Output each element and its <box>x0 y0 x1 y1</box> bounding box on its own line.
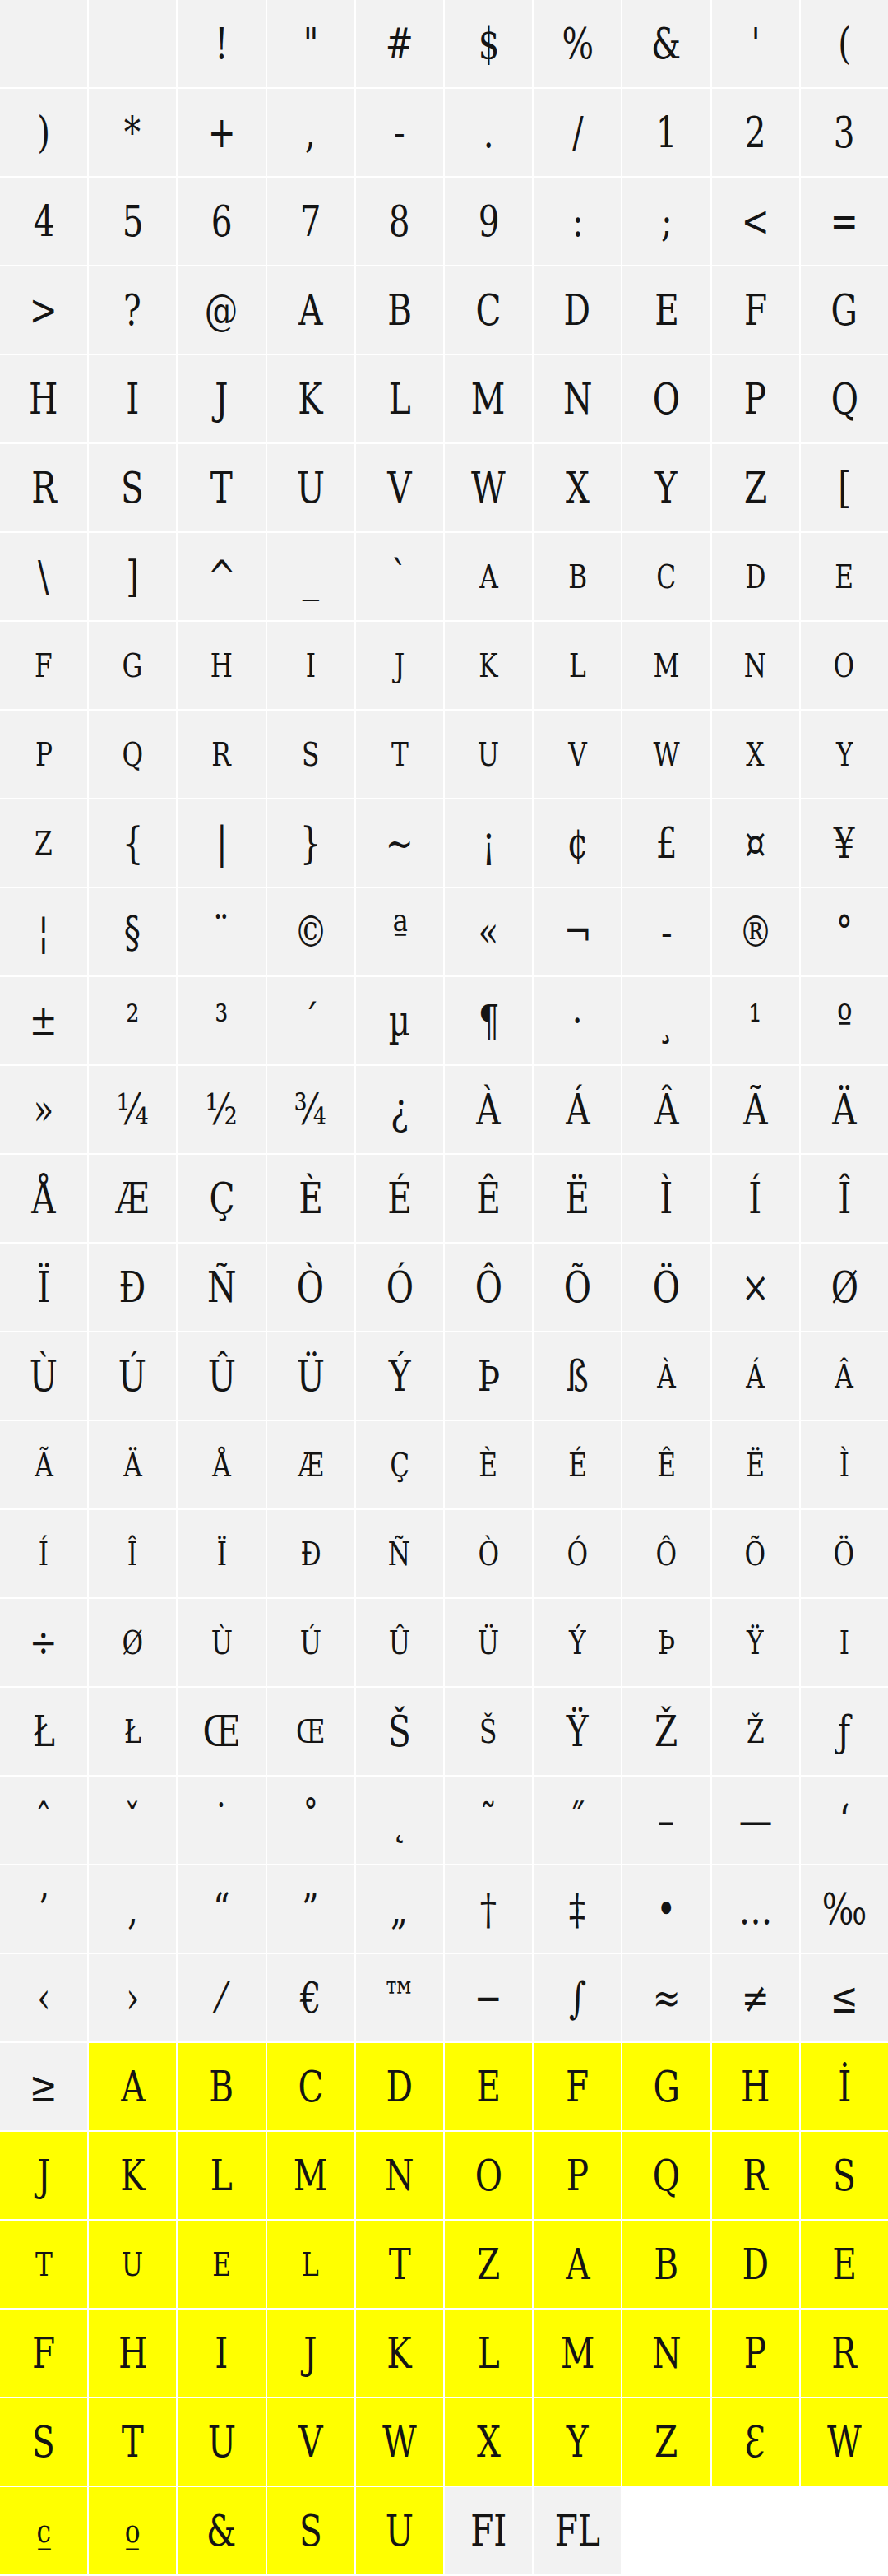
glyph-cell[interactable]: Q <box>801 355 888 442</box>
glyph-cell[interactable]: Ü <box>445 1599 532 1686</box>
glyph-cell[interactable]: Œ <box>267 1688 354 1775</box>
glyph: L <box>210 2154 233 2197</box>
glyph-cell[interactable]: E <box>622 266 710 354</box>
glyph-cell[interactable]: “ <box>178 1865 265 1953</box>
glyph-cell[interactable]: J <box>178 355 265 442</box>
glyph-cell[interactable]: Ê <box>622 1421 710 1508</box>
glyph-cell[interactable]: - <box>356 89 443 176</box>
glyph-cell[interactable]: Ö <box>801 1510 888 1597</box>
glyph-cell[interactable]: S <box>0 2398 87 2486</box>
glyph-cell[interactable] <box>89 0 176 87</box>
glyph-cell[interactable]: Z <box>445 2221 532 2308</box>
glyph-cell[interactable]: G <box>801 266 888 354</box>
glyph-cell[interactable]: # <box>356 0 443 87</box>
glyph-cell[interactable]: ∫ <box>534 1954 621 2041</box>
glyph-cell[interactable]: 1 <box>622 89 710 176</box>
glyph-cell[interactable]: Ü <box>267 1332 354 1420</box>
glyph-cell[interactable]: ² <box>89 977 176 1064</box>
glyph-cell[interactable]: Ù <box>178 1599 265 1686</box>
glyph-cell[interactable]: İ <box>801 2043 888 2130</box>
glyph-cell[interactable]: Ë <box>712 1421 799 1508</box>
glyph-cell[interactable]: Ý <box>534 1599 621 1686</box>
glyph-cell[interactable]: S <box>89 444 176 531</box>
glyph-cell[interactable]: Ê <box>445 1155 532 1242</box>
glyph-cell[interactable]: T <box>0 2221 87 2308</box>
glyph-cell[interactable]: Ɛ <box>712 2398 799 2486</box>
glyph-cell[interactable]: L <box>267 2221 354 2308</box>
glyph-cell[interactable]: ¦ <box>0 888 87 975</box>
glyph-cell[interactable]: C <box>445 266 532 354</box>
glyph-cell[interactable]: { <box>89 799 176 887</box>
glyph-cell[interactable]: R <box>0 444 87 531</box>
glyph-cell[interactable]: I <box>89 355 176 442</box>
glyph-cell[interactable]: 8 <box>356 178 443 265</box>
glyph-cell[interactable]: V <box>267 2398 354 2486</box>
glyph-cell[interactable]: S <box>267 711 354 798</box>
glyph-cell[interactable]: ¾ <box>267 1066 354 1153</box>
glyph-cell[interactable]: ‹ <box>0 1954 87 2041</box>
glyph-cell[interactable]: + <box>178 89 265 176</box>
glyph-cell[interactable]: P <box>712 355 799 442</box>
glyph-cell[interactable]: Æ <box>89 1155 176 1242</box>
glyph-cell[interactable]: Ł <box>0 1688 87 1775</box>
glyph-cell[interactable]: ± <box>0 977 87 1064</box>
glyph-cell[interactable]: T <box>178 444 265 531</box>
glyph-cell[interactable]: È <box>445 1421 532 1508</box>
glyph-cell[interactable]: ; <box>622 178 710 265</box>
glyph-cell[interactable]: = <box>801 178 888 265</box>
glyph-cell[interactable]: J <box>267 2310 354 2397</box>
glyph-cell[interactable]: ) <box>0 89 87 176</box>
glyph-cell[interactable]: È <box>267 1155 354 1242</box>
glyph-cell[interactable]: Þ <box>445 1332 532 1420</box>
glyph-cell[interactable]: O <box>622 355 710 442</box>
glyph-cell[interactable]: © <box>267 888 354 975</box>
glyph-cell[interactable]: / <box>534 89 621 176</box>
glyph-cell[interactable]: W <box>445 444 532 531</box>
glyph-cell[interactable]: U <box>356 2487 443 2574</box>
glyph: V <box>387 466 411 509</box>
glyph-cell[interactable]: E <box>801 2221 888 2308</box>
glyph-cell[interactable]: Ë <box>534 1155 621 1242</box>
glyph-cell[interactable]: > <box>0 266 87 354</box>
glyph: % <box>562 22 594 65</box>
glyph-cell[interactable]: K <box>267 355 354 442</box>
glyph-cell[interactable]: 4 <box>0 178 87 265</box>
glyph-cell[interactable]: † <box>445 1865 532 1953</box>
glyph-cell[interactable]: Û <box>356 1599 443 1686</box>
glyph-cell[interactable]: & <box>622 0 710 87</box>
glyph-cell[interactable]: ™ <box>356 1954 443 2041</box>
glyph-cell[interactable]: P <box>0 711 87 798</box>
glyph-cell[interactable]: FI <box>445 2487 532 2574</box>
glyph-cell[interactable]: W <box>356 2398 443 2486</box>
glyph-cell[interactable]: F <box>0 2310 87 2397</box>
glyph-cell[interactable]: L <box>534 622 621 709</box>
glyph: U <box>207 2421 235 2463</box>
glyph-cell[interactable]: Ÿ <box>712 1599 799 1686</box>
glyph-cell[interactable]: Ø <box>89 1599 176 1686</box>
glyph-cell[interactable]: Î <box>89 1510 176 1597</box>
glyph-cell[interactable]: ¡ <box>445 799 532 887</box>
glyph-cell[interactable]: $ <box>445 0 532 87</box>
glyph-cell[interactable]: , <box>267 89 354 176</box>
glyph-cell[interactable]: Á <box>712 1332 799 1420</box>
glyph-cell[interactable]: H <box>712 2043 799 2130</box>
glyph-cell[interactable]: – <box>622 1777 710 1864</box>
glyph-cell[interactable]: | <box>178 799 265 887</box>
glyph-cell[interactable]: Ï <box>0 1244 87 1331</box>
glyph-cell[interactable]: Š <box>445 1688 532 1775</box>
glyph-cell[interactable]: B <box>356 266 443 354</box>
glyph-cell[interactable]: L <box>356 355 443 442</box>
glyph-cell[interactable]: Ä <box>801 1066 888 1153</box>
glyph-cell[interactable]: Z <box>0 799 87 887</box>
glyph-cell[interactable]: Ý <box>356 1332 443 1420</box>
glyph-cell[interactable]: H <box>0 355 87 442</box>
glyph-cell[interactable]: . <box>445 89 532 176</box>
glyph-cell[interactable]: • <box>622 1865 710 1953</box>
glyph-cell[interactable]: * <box>89 89 176 176</box>
glyph-cell[interactable]: N <box>534 355 621 442</box>
glyph: 8 <box>389 200 410 243</box>
glyph-cell[interactable]: T <box>356 711 443 798</box>
glyph-cell[interactable]: 6 <box>178 178 265 265</box>
glyph-cell[interactable]: Y <box>801 711 888 798</box>
glyph-cell[interactable]: Ò <box>445 1510 532 1597</box>
glyph-cell[interactable]: B <box>622 2221 710 2308</box>
glyph-cell[interactable]: ≥ <box>0 2043 87 2130</box>
glyph-cell[interactable]: ¨ <box>178 888 265 975</box>
glyph-cell[interactable]: ˙ <box>178 1777 265 1864</box>
glyph-cell[interactable]: F <box>0 622 87 709</box>
glyph-cell[interactable]: ~ <box>356 799 443 887</box>
glyph: - <box>394 111 405 154</box>
glyph-cell[interactable]: § <box>89 888 176 975</box>
glyph-cell[interactable]: M <box>534 2310 621 2397</box>
glyph-cell[interactable]: ” <box>267 1865 354 1953</box>
glyph-cell[interactable]: 7 <box>267 178 354 265</box>
glyph-cell[interactable]: S <box>801 2132 888 2219</box>
glyph-cell[interactable]: Ô <box>622 1510 710 1597</box>
glyph-cell[interactable]: E <box>445 2043 532 2130</box>
glyph-cell[interactable]: ˆ <box>0 1777 87 1864</box>
glyph-cell[interactable]: Z <box>712 444 799 531</box>
glyph-cell[interactable]: F <box>534 2043 621 2130</box>
glyph-cell[interactable]: @ <box>178 266 265 354</box>
glyph-cell[interactable]: ‰ <box>801 1865 888 1953</box>
glyph-cell[interactable]: ¤ <box>712 799 799 887</box>
glyph-cell[interactable]: A <box>89 2043 176 2130</box>
glyph-cell[interactable]: ‡ <box>534 1865 621 1953</box>
glyph-cell[interactable]: ≈ <box>622 1954 710 2041</box>
glyph-cell[interactable]: ≤ <box>801 1954 888 2041</box>
glyph-cell[interactable]: F <box>712 266 799 354</box>
glyph-cell[interactable]: ÷ <box>0 1599 87 1686</box>
glyph-cell[interactable]: ¼ <box>89 1066 176 1153</box>
glyph-cell[interactable]: Ú <box>267 1599 354 1686</box>
glyph-cell[interactable]: E <box>178 2221 265 2308</box>
glyph-cell[interactable]: L <box>445 2310 532 2397</box>
glyph-cell[interactable]: G <box>622 2043 710 2130</box>
glyph-cell[interactable]: Â <box>801 1332 888 1420</box>
glyph-cell[interactable]: Ž <box>622 1688 710 1775</box>
glyph-cell[interactable]: G <box>89 622 176 709</box>
glyph-cell[interactable]: ? <box>89 266 176 354</box>
glyph-cell[interactable]: Ð <box>89 1244 176 1331</box>
glyph-cell[interactable]: C <box>622 533 710 620</box>
glyph-cell[interactable]: J <box>0 2132 87 2219</box>
glyph-cell[interactable]: Â <box>622 1066 710 1153</box>
glyph-cell[interactable]: J <box>356 622 443 709</box>
glyph-cell[interactable]: M <box>267 2132 354 2219</box>
glyph-cell[interactable]: W <box>801 2398 888 2486</box>
glyph-cell[interactable]: — <box>712 1777 799 1864</box>
glyph-cell[interactable]: I <box>178 2310 265 2397</box>
glyph-cell[interactable]: Ł <box>89 1688 176 1775</box>
glyph-cell[interactable]: Ã <box>712 1066 799 1153</box>
glyph-cell[interactable]: À <box>445 1066 532 1153</box>
glyph-cell[interactable]: V <box>534 711 621 798</box>
glyph-cell[interactable]: Ì <box>801 1421 888 1508</box>
glyph-cell[interactable]: P <box>534 2132 621 2219</box>
glyph-cell[interactable]: _ <box>267 533 354 620</box>
glyph-cell[interactable]: ⁄ <box>178 1954 265 2041</box>
glyph-cell[interactable]: Ó <box>534 1510 621 1597</box>
glyph-cell[interactable]: V <box>356 444 443 531</box>
glyph-cell[interactable]: ˚ <box>267 1777 354 1864</box>
glyph-cell[interactable]: ¹ <box>712 977 799 1064</box>
glyph-cell[interactable]: 9 <box>445 178 532 265</box>
glyph-cell[interactable]: K <box>89 2132 176 2219</box>
glyph: Ë <box>565 1177 590 1220</box>
glyph-cell[interactable]: X <box>534 444 621 531</box>
glyph-cell[interactable]: € <box>267 1954 354 2041</box>
glyph-cell[interactable]: [ <box>801 444 888 531</box>
glyph-cell[interactable]: U <box>445 711 532 798</box>
glyph-cell[interactable]: M <box>622 622 710 709</box>
glyph-cell[interactable]: − <box>445 1954 532 2041</box>
glyph-cell[interactable]: ` <box>356 533 443 620</box>
glyph-cell[interactable]: 2 <box>712 89 799 176</box>
glyph: Ł <box>33 1710 55 1753</box>
glyph-cell[interactable]: µ <box>356 977 443 1064</box>
glyph-cell[interactable]: A <box>445 533 532 620</box>
glyph-cell[interactable]: › <box>89 1954 176 2041</box>
glyph-cell[interactable]: ´ <box>267 977 354 1064</box>
glyph-cell[interactable]: Š <box>356 1688 443 1775</box>
glyph-cell[interactable]: ˛ <box>356 1777 443 1864</box>
glyph-cell[interactable]: Œ <box>178 1688 265 1775</box>
glyph-cell[interactable]: O <box>801 622 888 709</box>
glyph-cell[interactable]: Í <box>712 1155 799 1242</box>
glyph-cell[interactable]: ³ <box>178 977 265 1064</box>
glyph-cell[interactable]: ¸ <box>622 977 710 1064</box>
glyph-cell[interactable]: X <box>445 2398 532 2486</box>
glyph-cell[interactable]: Þ <box>622 1599 710 1686</box>
glyph-cell[interactable]: … <box>712 1865 799 1953</box>
glyph-cell[interactable]: T <box>356 2221 443 2308</box>
glyph-cell[interactable] <box>0 0 87 87</box>
glyph-cell[interactable]: A <box>534 2221 621 2308</box>
glyph-cell[interactable]: X <box>712 711 799 798</box>
glyph-cell[interactable]: ^ <box>178 533 265 620</box>
glyph-cell[interactable]: ˜ <box>445 1777 532 1864</box>
glyph-cell[interactable]: Ÿ <box>534 1688 621 1775</box>
glyph-cell[interactable]: & <box>178 2487 265 2574</box>
glyph-cell[interactable]: Ò <box>267 1244 354 1331</box>
glyph-cell[interactable]: " <box>267 0 354 87</box>
glyph-cell[interactable]: ¬ <box>534 888 621 975</box>
glyph-cell[interactable]: Ú <box>89 1332 176 1420</box>
glyph-cell[interactable]: - <box>622 888 710 975</box>
glyph-cell[interactable]: R <box>178 711 265 798</box>
glyph-cell[interactable]: L <box>178 2132 265 2219</box>
glyph-cell[interactable]: E <box>801 533 888 620</box>
glyph-cell[interactable]: D <box>356 2043 443 2130</box>
glyph-cell[interactable]: T <box>89 2398 176 2486</box>
glyph-cell[interactable]: D <box>712 533 799 620</box>
glyph-cell[interactable]: C <box>267 2043 354 2130</box>
glyph-cell[interactable]: U <box>178 2398 265 2486</box>
glyph: Þ <box>658 1626 675 1659</box>
glyph-cell[interactable]: Q <box>89 711 176 798</box>
glyph-cell[interactable]: Ñ <box>178 1244 265 1331</box>
glyph-cell[interactable]: º <box>801 977 888 1064</box>
glyph-cell[interactable]: M <box>445 355 532 442</box>
glyph-cell[interactable]: Å <box>0 1155 87 1242</box>
glyph-cell[interactable]: K <box>445 622 532 709</box>
glyph-cell[interactable]: Y <box>534 2398 621 2486</box>
glyph-cell[interactable]: Ó <box>356 1244 443 1331</box>
glyph-cell[interactable]: N <box>712 622 799 709</box>
glyph-cell[interactable]: ˝ <box>534 1777 621 1864</box>
glyph-cell[interactable]: É <box>356 1155 443 1242</box>
glyph-cell[interactable]: < <box>712 178 799 265</box>
glyph-cell[interactable]: K <box>356 2310 443 2397</box>
glyph-cell[interactable]: o̲ <box>89 2487 176 2574</box>
glyph-cell[interactable]: Ð <box>267 1510 354 1597</box>
glyph-cell[interactable]: Ž <box>712 1688 799 1775</box>
glyph-cell[interactable]: I <box>801 1599 888 1686</box>
glyph-cell[interactable]: Î <box>801 1155 888 1242</box>
glyph-cell[interactable]: H <box>178 622 265 709</box>
glyph-cell[interactable]: A <box>267 266 354 354</box>
glyph-cell[interactable]: : <box>534 178 621 265</box>
glyph-cell[interactable]: Û <box>178 1332 265 1420</box>
glyph-cell[interactable]: Ô <box>445 1244 532 1331</box>
glyph-cell[interactable]: R <box>712 2132 799 2219</box>
glyph-cell[interactable]: N <box>622 2310 710 2397</box>
glyph-cell[interactable]: Õ <box>534 1244 621 1331</box>
glyph-cell[interactable]: ( <box>801 0 888 87</box>
glyph-cell[interactable]: À <box>622 1332 710 1420</box>
glyph-cell[interactable]: R <box>801 2310 888 2397</box>
glyph-cell[interactable]: Ä <box>89 1421 176 1508</box>
glyph-cell[interactable]: Æ <box>267 1421 354 1508</box>
glyph-cell[interactable]: } <box>267 799 354 887</box>
glyph-cell[interactable]: ˇ <box>89 1777 176 1864</box>
glyph-cell[interactable]: 5 <box>89 178 176 265</box>
glyph-cell[interactable]: ≠ <box>712 1954 799 2041</box>
glyph: O <box>834 649 855 682</box>
glyph-cell[interactable]: × <box>712 1244 799 1331</box>
glyph-cell[interactable]: P <box>712 2310 799 2397</box>
glyph-cell[interactable]: Q <box>622 2132 710 2219</box>
glyph-cell[interactable]: Ñ <box>356 1510 443 1597</box>
glyph-cell[interactable]: FL <box>534 2487 621 2574</box>
glyph-cell[interactable]: c̲ <box>0 2487 87 2574</box>
glyph-cell[interactable]: S <box>267 2487 354 2574</box>
glyph-cell[interactable]: ¿ <box>356 1066 443 1153</box>
glyph-cell[interactable]: Ã <box>0 1421 87 1508</box>
glyph-cell[interactable]: Ö <box>622 1244 710 1331</box>
glyph-cell[interactable]: 3 <box>801 89 888 176</box>
glyph: … <box>738 1888 772 1930</box>
glyph-cell[interactable]: ƒ <box>801 1688 888 1775</box>
glyph-cell[interactable]: Y <box>622 444 710 531</box>
glyph-cell[interactable]: ª <box>356 888 443 975</box>
glyph-cell[interactable]: Í <box>0 1510 87 1597</box>
glyph-cell[interactable]: Á <box>534 1066 621 1153</box>
glyph-cell[interactable]: ® <box>712 888 799 975</box>
glyph-cell[interactable]: ¢ <box>534 799 621 887</box>
glyph-cell[interactable]: B <box>534 533 621 620</box>
glyph-cell[interactable]: Ù <box>0 1332 87 1420</box>
glyph-cell[interactable]: Ç <box>178 1155 265 1242</box>
glyph-cell[interactable]: ' <box>712 0 799 87</box>
glyph-cell[interactable]: ’ <box>0 1865 87 1953</box>
glyph-cell[interactable]: » <box>0 1066 87 1153</box>
glyph-cell[interactable]: Ø <box>801 1244 888 1331</box>
glyph-cell[interactable]: ] <box>89 533 176 620</box>
glyph-cell[interactable]: ! <box>178 0 265 87</box>
glyph-cell[interactable]: B <box>178 2043 265 2130</box>
glyph-cell[interactable]: O <box>445 2132 532 2219</box>
glyph-cell[interactable]: Ì <box>622 1155 710 1242</box>
glyph-cell[interactable]: ¥ <box>801 799 888 887</box>
glyph-cell[interactable]: Å <box>178 1421 265 1508</box>
glyph-cell[interactable]: Õ <box>712 1510 799 1597</box>
glyph-cell[interactable]: £ <box>622 799 710 887</box>
glyph-cell[interactable]: \ <box>0 533 87 620</box>
glyph-cell[interactable]: „ <box>356 1865 443 1953</box>
glyph-cell[interactable]: D <box>534 266 621 354</box>
glyph-cell[interactable]: U <box>267 444 354 531</box>
glyph-cell[interactable]: Ç <box>356 1421 443 1508</box>
glyph: ¥ <box>834 822 855 864</box>
glyph-cell[interactable]: Ï <box>178 1510 265 1597</box>
glyph-cell[interactable]: I <box>267 622 354 709</box>
glyph: İ <box>838 2065 851 2108</box>
glyph-cell[interactable]: É <box>534 1421 621 1508</box>
glyph-cell[interactable]: U <box>89 2221 176 2308</box>
glyph-cell[interactable]: N <box>356 2132 443 2219</box>
glyph-cell[interactable]: ° <box>801 888 888 975</box>
glyph-cell[interactable]: D <box>712 2221 799 2308</box>
glyph-cell[interactable]: ½ <box>178 1066 265 1153</box>
glyph-cell[interactable]: ‘ <box>801 1777 888 1864</box>
glyph-cell[interactable]: Z <box>622 2398 710 2486</box>
glyph-cell[interactable]: ß <box>534 1332 621 1420</box>
glyph-cell[interactable]: % <box>534 0 621 87</box>
glyph-cell[interactable]: ¶ <box>445 977 532 1064</box>
glyph-cell[interactable]: H <box>89 2310 176 2397</box>
glyph-cell[interactable]: ‚ <box>89 1865 176 1953</box>
glyph-cell[interactable]: · <box>534 977 621 1064</box>
glyph-cell[interactable]: « <box>445 888 532 975</box>
glyph-cell[interactable]: W <box>622 711 710 798</box>
